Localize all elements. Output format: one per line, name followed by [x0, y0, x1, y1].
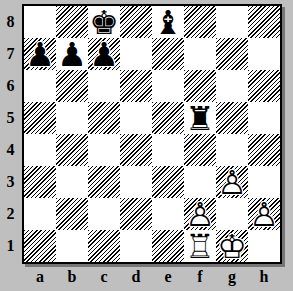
square-b5[interactable] [56, 102, 88, 134]
square-d2[interactable] [120, 198, 152, 230]
square-g1[interactable]: ♚♔ [216, 230, 248, 262]
black-bishop[interactable]: ♝ [152, 6, 184, 38]
square-h4[interactable] [248, 134, 280, 166]
file-label-d: d [120, 267, 152, 287]
square-a5[interactable] [24, 102, 56, 134]
square-a2[interactable] [24, 198, 56, 230]
square-h5[interactable] [248, 102, 280, 134]
white-pawn-fill: ♟ [184, 198, 216, 230]
square-d3[interactable] [120, 166, 152, 198]
square-e1[interactable] [152, 230, 184, 262]
square-e5[interactable] [152, 102, 184, 134]
file-label-f: f [184, 267, 216, 287]
file-label-c: c [88, 267, 120, 287]
square-a8[interactable] [24, 6, 56, 38]
square-d6[interactable] [120, 70, 152, 102]
square-f5[interactable]: ♜ [184, 102, 216, 134]
square-b6[interactable] [56, 70, 88, 102]
square-b4[interactable] [56, 134, 88, 166]
square-d4[interactable] [120, 134, 152, 166]
square-d1[interactable] [120, 230, 152, 262]
chess-board: ♚♝♟♟♟♜♟♙♟♙♟♙♜♖♚♔ [22, 4, 282, 264]
square-e3[interactable] [152, 166, 184, 198]
white-pawn[interactable]: ♙ [248, 198, 280, 230]
square-a7[interactable]: ♟ [24, 38, 56, 70]
square-f4[interactable] [184, 134, 216, 166]
white-rook-fill: ♜ [184, 230, 216, 262]
square-h8[interactable] [248, 6, 280, 38]
square-h3[interactable] [248, 166, 280, 198]
black-pawn[interactable]: ♟ [88, 38, 120, 70]
white-pawn-fill: ♟ [248, 198, 280, 230]
white-pawn-fill: ♟ [216, 166, 248, 198]
rank-label-3: 3 [1, 166, 20, 198]
square-g6[interactable] [216, 70, 248, 102]
square-d5[interactable] [120, 102, 152, 134]
square-c5[interactable] [88, 102, 120, 134]
black-king[interactable]: ♚ [88, 6, 120, 38]
file-label-b: b [56, 267, 88, 287]
square-g2[interactable] [216, 198, 248, 230]
square-c6[interactable] [88, 70, 120, 102]
black-pawn[interactable]: ♟ [56, 38, 88, 70]
square-g4[interactable] [216, 134, 248, 166]
square-a1[interactable] [24, 230, 56, 262]
square-h6[interactable] [248, 70, 280, 102]
white-pawn[interactable]: ♙ [216, 166, 248, 198]
rank-label-2: 2 [1, 198, 20, 230]
square-d8[interactable] [120, 6, 152, 38]
white-king-fill: ♚ [216, 230, 248, 262]
black-rook[interactable]: ♜ [184, 102, 216, 134]
file-label-e: e [152, 267, 184, 287]
square-a3[interactable] [24, 166, 56, 198]
square-c4[interactable] [88, 134, 120, 166]
square-b2[interactable] [56, 198, 88, 230]
square-c7[interactable]: ♟ [88, 38, 120, 70]
square-a4[interactable] [24, 134, 56, 166]
square-e4[interactable] [152, 134, 184, 166]
square-h1[interactable] [248, 230, 280, 262]
square-d7[interactable] [120, 38, 152, 70]
rank-label-6: 6 [1, 70, 20, 102]
file-label-a: a [24, 267, 56, 287]
square-e8[interactable]: ♝ [152, 6, 184, 38]
black-pawn[interactable]: ♟ [24, 38, 56, 70]
rank-label-8: 8 [1, 6, 20, 38]
white-rook[interactable]: ♖ [184, 230, 216, 262]
square-b8[interactable] [56, 6, 88, 38]
square-e6[interactable] [152, 70, 184, 102]
square-f7[interactable] [184, 38, 216, 70]
white-king[interactable]: ♔ [216, 230, 248, 262]
file-label-g: g [216, 267, 248, 287]
square-c3[interactable] [88, 166, 120, 198]
file-label-h: h [248, 267, 280, 287]
square-f8[interactable] [184, 6, 216, 38]
chess-diagram: ♚♝♟♟♟♜♟♙♟♙♟♙♜♖♚♔ 87654321 abcdefgh [0, 0, 293, 291]
rank-label-7: 7 [1, 38, 20, 70]
square-c8[interactable]: ♚ [88, 6, 120, 38]
square-b7[interactable]: ♟ [56, 38, 88, 70]
square-g8[interactable] [216, 6, 248, 38]
square-f1[interactable]: ♜♖ [184, 230, 216, 262]
square-c1[interactable] [88, 230, 120, 262]
rank-label-4: 4 [1, 134, 20, 166]
square-g7[interactable] [216, 38, 248, 70]
square-f6[interactable] [184, 70, 216, 102]
rank-label-1: 1 [1, 230, 20, 262]
square-a6[interactable] [24, 70, 56, 102]
white-pawn[interactable]: ♙ [184, 198, 216, 230]
square-b1[interactable] [56, 230, 88, 262]
square-b3[interactable] [56, 166, 88, 198]
square-g3[interactable]: ♟♙ [216, 166, 248, 198]
square-e7[interactable] [152, 38, 184, 70]
square-e2[interactable] [152, 198, 184, 230]
square-h2[interactable]: ♟♙ [248, 198, 280, 230]
square-g5[interactable] [216, 102, 248, 134]
square-h7[interactable] [248, 38, 280, 70]
square-c2[interactable] [88, 198, 120, 230]
square-f3[interactable] [184, 166, 216, 198]
square-f2[interactable]: ♟♙ [184, 198, 216, 230]
rank-label-5: 5 [1, 102, 20, 134]
